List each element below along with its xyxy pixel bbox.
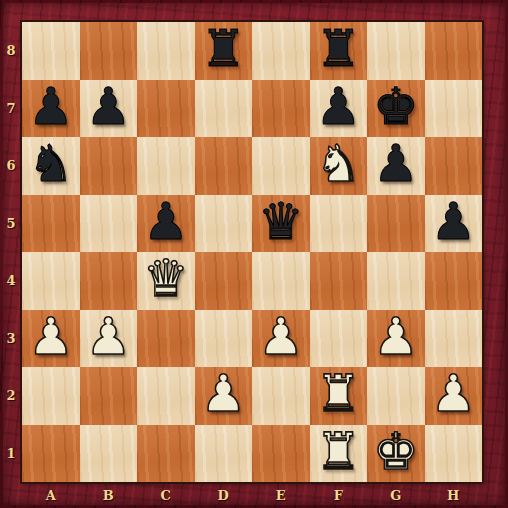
white-queen-icon[interactable]: ♛ <box>143 253 189 304</box>
square-a5[interactable] <box>22 195 80 253</box>
square-e8[interactable] <box>252 22 310 80</box>
square-c5[interactable]: ♟ <box>137 195 195 253</box>
white-rook-icon[interactable]: ♜ <box>315 368 361 419</box>
white-pawn-icon[interactable]: ♟ <box>200 368 246 419</box>
square-d6[interactable] <box>195 137 253 195</box>
square-a6[interactable]: ♞ <box>22 137 80 195</box>
white-rook-icon[interactable]: ♜ <box>315 426 361 477</box>
square-a3[interactable]: ♟ <box>22 310 80 368</box>
square-g8[interactable] <box>367 22 425 80</box>
square-c3[interactable] <box>137 310 195 368</box>
square-f7[interactable]: ♟ <box>310 80 368 138</box>
rank-label-1: 1 <box>0 425 22 483</box>
black-pawn-icon[interactable]: ♟ <box>143 196 189 247</box>
square-d2[interactable]: ♟ <box>195 367 253 425</box>
square-f2[interactable]: ♜ <box>310 367 368 425</box>
square-g5[interactable] <box>367 195 425 253</box>
square-c6[interactable] <box>137 137 195 195</box>
rank-label-6: 6 <box>0 137 22 195</box>
black-knight-icon[interactable]: ♞ <box>28 138 74 189</box>
square-c8[interactable] <box>137 22 195 80</box>
white-pawn-icon[interactable]: ♟ <box>430 368 476 419</box>
square-b4[interactable] <box>80 252 138 310</box>
square-b1[interactable] <box>80 425 138 483</box>
square-g6[interactable]: ♟ <box>367 137 425 195</box>
square-a8[interactable] <box>22 22 80 80</box>
file-label-c: C <box>137 482 195 508</box>
square-e1[interactable] <box>252 425 310 483</box>
square-a2[interactable] <box>22 367 80 425</box>
file-label-d: D <box>195 482 253 508</box>
square-g7[interactable]: ♚ <box>367 80 425 138</box>
square-f8[interactable]: ♜ <box>310 22 368 80</box>
black-pawn-icon[interactable]: ♟ <box>85 81 131 132</box>
square-a1[interactable] <box>22 425 80 483</box>
black-pawn-icon[interactable]: ♟ <box>430 196 476 247</box>
square-b2[interactable] <box>80 367 138 425</box>
file-label-f: F <box>310 482 368 508</box>
square-g3[interactable]: ♟ <box>367 310 425 368</box>
square-d5[interactable] <box>195 195 253 253</box>
white-pawn-icon[interactable]: ♟ <box>28 311 74 362</box>
square-c1[interactable] <box>137 425 195 483</box>
square-h6[interactable] <box>425 137 483 195</box>
square-h5[interactable]: ♟ <box>425 195 483 253</box>
file-label-g: G <box>367 482 425 508</box>
square-e3[interactable]: ♟ <box>252 310 310 368</box>
square-g4[interactable] <box>367 252 425 310</box>
square-f3[interactable] <box>310 310 368 368</box>
square-d3[interactable] <box>195 310 253 368</box>
square-c4[interactable]: ♛ <box>137 252 195 310</box>
rank-label-8: 8 <box>0 22 22 80</box>
square-b8[interactable] <box>80 22 138 80</box>
square-h4[interactable] <box>425 252 483 310</box>
black-king-icon[interactable]: ♚ <box>373 81 419 132</box>
square-a7[interactable]: ♟ <box>22 80 80 138</box>
square-f1[interactable]: ♜ <box>310 425 368 483</box>
square-d4[interactable] <box>195 252 253 310</box>
white-pawn-icon[interactable]: ♟ <box>373 311 419 362</box>
rank-label-7: 7 <box>0 80 22 138</box>
chess-board: ♜♜♟♟♟♚♞♞♟♟♛♟♛♟♟♟♟♟♜♟♜♚ <box>22 22 482 482</box>
white-pawn-icon[interactable]: ♟ <box>258 311 304 362</box>
square-h2[interactable]: ♟ <box>425 367 483 425</box>
rank-label-3: 3 <box>0 310 22 368</box>
square-f4[interactable] <box>310 252 368 310</box>
square-e2[interactable] <box>252 367 310 425</box>
square-c7[interactable] <box>137 80 195 138</box>
rank-labels: 87654321 <box>0 22 22 482</box>
square-d1[interactable] <box>195 425 253 483</box>
file-label-a: A <box>22 482 80 508</box>
file-label-h: H <box>425 482 483 508</box>
white-king-icon[interactable]: ♚ <box>373 426 419 477</box>
square-h8[interactable] <box>425 22 483 80</box>
square-b6[interactable] <box>80 137 138 195</box>
square-g2[interactable] <box>367 367 425 425</box>
square-f5[interactable] <box>310 195 368 253</box>
square-b7[interactable]: ♟ <box>80 80 138 138</box>
file-label-b: B <box>80 482 138 508</box>
square-e4[interactable] <box>252 252 310 310</box>
square-h1[interactable] <box>425 425 483 483</box>
black-queen-icon[interactable]: ♛ <box>258 196 304 247</box>
square-d7[interactable] <box>195 80 253 138</box>
square-d8[interactable]: ♜ <box>195 22 253 80</box>
rank-label-5: 5 <box>0 195 22 253</box>
square-e7[interactable] <box>252 80 310 138</box>
square-g1[interactable]: ♚ <box>367 425 425 483</box>
board-frame: 87654321 ♜♜♟♟♟♚♞♞♟♟♛♟♛♟♟♟♟♟♜♟♜♚ ABCDEFGH <box>0 0 508 508</box>
square-c2[interactable] <box>137 367 195 425</box>
black-pawn-icon[interactable]: ♟ <box>373 138 419 189</box>
square-a4[interactable] <box>22 252 80 310</box>
square-f6[interactable]: ♞ <box>310 137 368 195</box>
square-e6[interactable] <box>252 137 310 195</box>
square-h7[interactable] <box>425 80 483 138</box>
square-b5[interactable] <box>80 195 138 253</box>
file-labels: ABCDEFGH <box>22 482 482 508</box>
white-pawn-icon[interactable]: ♟ <box>85 311 131 362</box>
black-rook-icon[interactable]: ♜ <box>200 23 246 74</box>
rank-label-2: 2 <box>0 367 22 425</box>
black-pawn-icon[interactable]: ♟ <box>315 81 361 132</box>
square-h3[interactable] <box>425 310 483 368</box>
square-b3[interactable]: ♟ <box>80 310 138 368</box>
file-label-e: E <box>252 482 310 508</box>
black-rook-icon[interactable]: ♜ <box>315 23 361 74</box>
white-knight-icon[interactable]: ♞ <box>315 138 361 189</box>
square-e5[interactable]: ♛ <box>252 195 310 253</box>
black-pawn-icon[interactable]: ♟ <box>28 81 74 132</box>
rank-label-4: 4 <box>0 252 22 310</box>
